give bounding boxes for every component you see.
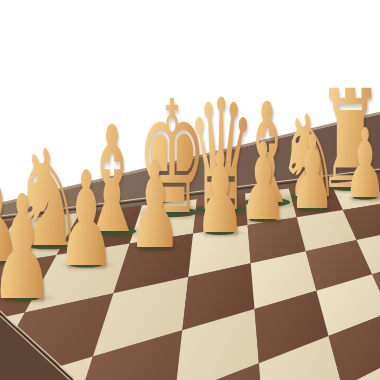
piece-pawn-e2[interactable]: ♟	[128, 146, 182, 266]
piece-pawn-f2[interactable]: ♟	[57, 154, 116, 285]
piece-pawn-d2[interactable]: ♟	[195, 137, 246, 250]
piece-pawn-a2[interactable]: ♟	[343, 116, 380, 212]
pieces-layer: ♜♞♟♝♟♛♚♟♝♟♞♟♟♟♟	[0, 0, 380, 380]
piece-pawn-g2[interactable]: ♟	[0, 176, 54, 320]
piece-pawn-c2[interactable]: ♟	[239, 129, 287, 236]
piece-pawn-b2[interactable]: ♟	[289, 122, 335, 224]
chess-set-photo: ♜♞♟♝♟♛♚♟♝♟♞♟♟♟♟	[0, 0, 380, 380]
